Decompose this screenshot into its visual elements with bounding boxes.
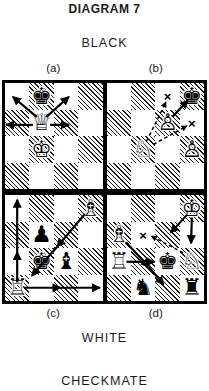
square (29, 163, 53, 190)
board-b: ♚♙♘♙×× (107, 83, 205, 189)
white-bishop: ♗ (107, 222, 131, 249)
white-pawn: ♙ (155, 110, 179, 137)
white-king: ♔ (180, 195, 204, 222)
square (54, 195, 78, 222)
square (155, 275, 179, 302)
square (78, 275, 102, 302)
square (5, 110, 29, 137)
square (54, 83, 78, 110)
square (131, 195, 155, 222)
white-queen: ♕ (29, 110, 53, 137)
black-rook: ♜ (180, 275, 204, 302)
square (78, 163, 102, 190)
x-mark: × (139, 228, 147, 241)
white-bishop: ♗ (78, 195, 102, 222)
square (5, 195, 29, 222)
square: ♚ (180, 83, 204, 110)
square (107, 136, 131, 163)
square (107, 195, 131, 222)
top-board-labels: (a) (b) (2, 62, 207, 74)
square (180, 163, 204, 190)
square (54, 222, 78, 249)
x-mark: × (188, 116, 196, 129)
square: ♚ (155, 248, 179, 275)
square (5, 163, 29, 190)
page-title: DIAGRAM 7 (0, 2, 209, 16)
square (5, 136, 29, 163)
board-c-label: (c) (2, 307, 105, 319)
square: ♘ (180, 248, 204, 275)
square (5, 83, 29, 110)
white-pawn: ♙ (180, 136, 204, 163)
square: ♚ (29, 248, 53, 275)
white-knight: ♘ (131, 136, 155, 163)
square: ♙ (180, 136, 204, 163)
square: ♗ (107, 222, 131, 249)
square (155, 222, 179, 249)
square (107, 110, 131, 137)
board-c: ♗♟♚♝♖ (5, 195, 103, 301)
square (5, 248, 29, 275)
square (180, 222, 204, 249)
square: ♟ (29, 222, 53, 249)
square (107, 163, 131, 190)
square (78, 83, 102, 110)
square (54, 110, 78, 137)
square: ♞ (131, 275, 155, 302)
diagram-page: DIAGRAM 7 BLACK (a) (b) ♚♕♔ ♚♙♘♙×× ♗♟♚♝♖… (0, 0, 209, 391)
black-side-label: BLACK (0, 36, 209, 50)
black-king: ♚ (29, 248, 53, 275)
board-a-label: (a) (2, 62, 105, 74)
checkmate-caption: CHECKMATE (0, 374, 209, 388)
black-knight: ♞ (131, 275, 155, 302)
square (155, 136, 179, 163)
board-d-label: (d) (105, 307, 208, 319)
bottom-board-labels: (c) (d) (2, 307, 207, 319)
square (78, 136, 102, 163)
square: ♔ (180, 195, 204, 222)
square: ♔ (29, 136, 53, 163)
square: ♖ (107, 248, 131, 275)
square (131, 248, 155, 275)
square: ♚ (29, 83, 53, 110)
square (29, 275, 53, 302)
square (131, 83, 155, 110)
square (78, 110, 102, 137)
square (54, 275, 78, 302)
square (78, 222, 102, 249)
board-d: ♔♗♖♚♘♞♜× (107, 195, 205, 301)
square: ♕ (29, 110, 53, 137)
square (29, 195, 53, 222)
board-block: ♚♕♔ ♚♙♘♙×× ♗♟♚♝♖ ♔♗♖♚♘♞♜× (2, 80, 207, 304)
square (5, 222, 29, 249)
square (155, 195, 179, 222)
white-king: ♔ (29, 136, 53, 163)
black-king: ♚ (29, 83, 53, 110)
square (54, 163, 78, 190)
square (131, 163, 155, 190)
white-rook: ♖ (107, 248, 131, 275)
board-a: ♚♕♔ (5, 83, 103, 189)
black-king: ♚ (180, 83, 204, 110)
square: ♝ (54, 248, 78, 275)
white-knight: ♘ (180, 248, 204, 275)
square: ♜ (180, 275, 204, 302)
square (107, 83, 131, 110)
white-rook: ♖ (5, 275, 29, 302)
square (131, 110, 155, 137)
square: ♖ (5, 275, 29, 302)
square: ♗ (78, 195, 102, 222)
square (54, 136, 78, 163)
board-b-label: (b) (105, 62, 208, 74)
black-pawn: ♟ (29, 222, 53, 249)
square: ♙ (155, 110, 179, 137)
black-king: ♚ (155, 248, 179, 275)
square (78, 248, 102, 275)
white-side-label: WHITE (0, 331, 209, 345)
square (155, 163, 179, 190)
black-bishop: ♝ (54, 248, 78, 275)
x-mark: × (164, 90, 172, 103)
square (107, 275, 131, 302)
square: ♘ (131, 136, 155, 163)
